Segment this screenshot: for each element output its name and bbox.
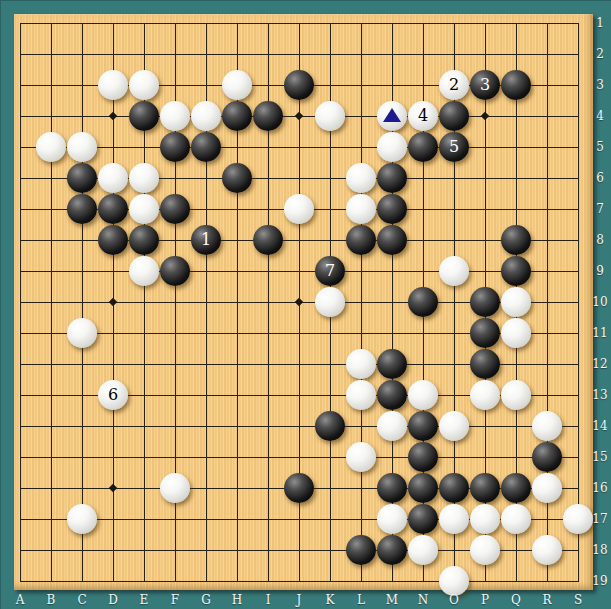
- stone-white-F16[interactable]: [160, 473, 190, 503]
- stone-black-F7[interactable]: [160, 194, 190, 224]
- stone-black-K14[interactable]: [315, 411, 345, 441]
- stone-white-R18[interactable]: [532, 535, 562, 565]
- coord-label-col-N: N: [413, 593, 433, 607]
- stone-white-Q13[interactable]: [501, 380, 531, 410]
- coord-label-row-10: 10: [590, 295, 610, 309]
- move-number-label: 6: [108, 385, 118, 404]
- stone-black-O4[interactable]: [439, 101, 469, 131]
- stone-white-M14[interactable]: [377, 411, 407, 441]
- stone-black-N14[interactable]: [408, 411, 438, 441]
- stone-black-O5[interactable]: 5: [439, 132, 469, 162]
- grid-line-vertical: [82, 23, 83, 582]
- coord-label-col-S: S: [568, 593, 588, 607]
- stone-white-L15[interactable]: [346, 442, 376, 472]
- stone-black-G5[interactable]: [191, 132, 221, 162]
- stone-white-N18[interactable]: [408, 535, 438, 565]
- stone-white-R16[interactable]: [532, 473, 562, 503]
- stone-white-G4[interactable]: [191, 101, 221, 131]
- stone-white-O14[interactable]: [439, 411, 469, 441]
- stone-white-H3[interactable]: [222, 70, 252, 100]
- stone-white-O17[interactable]: [439, 504, 469, 534]
- stone-black-L18[interactable]: [346, 535, 376, 565]
- stone-black-J16[interactable]: [284, 473, 314, 503]
- coord-label-col-A: A: [10, 593, 30, 607]
- stone-white-E7[interactable]: [129, 194, 159, 224]
- stone-black-E4[interactable]: [129, 101, 159, 131]
- stone-black-M7[interactable]: [377, 194, 407, 224]
- stone-black-E8[interactable]: [129, 225, 159, 255]
- stone-black-K9[interactable]: 7: [315, 256, 345, 286]
- coord-label-row-2: 2: [590, 47, 610, 61]
- coord-label-col-Q: Q: [506, 593, 526, 607]
- coord-label-row-8: 8: [590, 233, 610, 247]
- stone-black-D7[interactable]: [98, 194, 128, 224]
- stone-white-P13[interactable]: [470, 380, 500, 410]
- stone-white-E3[interactable]: [129, 70, 159, 100]
- coord-label-col-P: P: [475, 593, 495, 607]
- coord-label-col-O: O: [444, 593, 464, 607]
- stone-white-L13[interactable]: [346, 380, 376, 410]
- stone-white-P17[interactable]: [470, 504, 500, 534]
- move-number-label: 4: [418, 106, 428, 125]
- coord-label-row-18: 18: [590, 543, 610, 557]
- coord-label-row-11: 11: [590, 326, 610, 340]
- stone-white-J7[interactable]: [284, 194, 314, 224]
- stone-black-C7[interactable]: [67, 194, 97, 224]
- coord-label-col-C: C: [72, 593, 92, 607]
- stone-white-D6[interactable]: [98, 163, 128, 193]
- move-number-label: 5: [449, 137, 459, 156]
- coord-label-row-19: 19: [590, 574, 610, 588]
- stone-white-E9[interactable]: [129, 256, 159, 286]
- coord-label-col-G: G: [196, 593, 216, 607]
- stone-black-N5[interactable]: [408, 132, 438, 162]
- grid-line-vertical: [578, 23, 579, 582]
- stone-white-N13[interactable]: [408, 380, 438, 410]
- coord-label-row-17: 17: [590, 512, 610, 526]
- stone-black-Q9[interactable]: [501, 256, 531, 286]
- coord-label-row-15: 15: [590, 450, 610, 464]
- stone-white-L12[interactable]: [346, 349, 376, 379]
- stone-black-N16[interactable]: [408, 473, 438, 503]
- coord-label-row-6: 6: [590, 171, 610, 185]
- coord-label-col-L: L: [351, 593, 371, 607]
- coord-label-col-R: R: [537, 593, 557, 607]
- stone-black-M12[interactable]: [377, 349, 407, 379]
- stone-black-M13[interactable]: [377, 380, 407, 410]
- go-app-window: 2345176 ABCDEFGHIJKLMNOPQRS 123456789101…: [0, 0, 611, 609]
- coord-label-row-14: 14: [590, 419, 610, 433]
- move-number-label: 1: [201, 230, 211, 249]
- stone-black-P10[interactable]: [470, 287, 500, 317]
- stone-white-P18[interactable]: [470, 535, 500, 565]
- coord-label-col-F: F: [165, 593, 185, 607]
- move-number-label: 3: [480, 75, 490, 94]
- coord-label-col-E: E: [134, 593, 154, 607]
- stone-black-Q3[interactable]: [501, 70, 531, 100]
- coord-label-col-J: J: [289, 593, 309, 607]
- stone-black-F5[interactable]: [160, 132, 190, 162]
- stone-black-P16[interactable]: [470, 473, 500, 503]
- coord-label-row-16: 16: [590, 481, 610, 495]
- stone-black-N10[interactable]: [408, 287, 438, 317]
- stone-black-I8[interactable]: [253, 225, 283, 255]
- stone-white-D13[interactable]: 6: [98, 380, 128, 410]
- coord-label-col-K: K: [320, 593, 340, 607]
- stone-white-C11[interactable]: [67, 318, 97, 348]
- stone-white-R14[interactable]: [532, 411, 562, 441]
- stone-white-L7[interactable]: [346, 194, 376, 224]
- stone-black-H4[interactable]: [222, 101, 252, 131]
- stone-white-O19[interactable]: [439, 566, 469, 596]
- stone-white-Q17[interactable]: [501, 504, 531, 534]
- stone-black-N15[interactable]: [408, 442, 438, 472]
- stone-black-P12[interactable]: [470, 349, 500, 379]
- stone-white-Q10[interactable]: [501, 287, 531, 317]
- stone-black-F9[interactable]: [160, 256, 190, 286]
- stone-black-G8[interactable]: 1: [191, 225, 221, 255]
- stone-white-K4[interactable]: [315, 101, 345, 131]
- stone-white-O3[interactable]: 2: [439, 70, 469, 100]
- stone-black-P11[interactable]: [470, 318, 500, 348]
- stone-black-M6[interactable]: [377, 163, 407, 193]
- stone-black-I4[interactable]: [253, 101, 283, 131]
- stone-white-M5[interactable]: [377, 132, 407, 162]
- move-number-label: 2: [449, 75, 459, 94]
- coord-label-row-13: 13: [590, 388, 610, 402]
- stone-black-O16[interactable]: [439, 473, 469, 503]
- stone-black-R15[interactable]: [532, 442, 562, 472]
- stone-black-N17[interactable]: [408, 504, 438, 534]
- stone-black-M8[interactable]: [377, 225, 407, 255]
- stone-white-O9[interactable]: [439, 256, 469, 286]
- stone-black-H6[interactable]: [222, 163, 252, 193]
- stone-black-C6[interactable]: [67, 163, 97, 193]
- coord-label-col-M: M: [382, 593, 402, 607]
- coord-label-row-3: 3: [590, 78, 610, 92]
- stone-black-Q16[interactable]: [501, 473, 531, 503]
- grid-line-vertical: [51, 23, 52, 582]
- coord-label-row-1: 1: [590, 16, 610, 30]
- stone-white-M4[interactable]: [377, 101, 407, 131]
- coord-label-row-9: 9: [590, 264, 610, 278]
- stone-black-Q8[interactable]: [501, 225, 531, 255]
- triangle-marker-icon: [383, 108, 401, 122]
- stone-white-Q11[interactable]: [501, 318, 531, 348]
- stone-white-C17[interactable]: [67, 504, 97, 534]
- stone-black-D8[interactable]: [98, 225, 128, 255]
- stone-white-C5[interactable]: [67, 132, 97, 162]
- coord-label-row-4: 4: [590, 109, 610, 123]
- stone-black-P3[interactable]: 3: [470, 70, 500, 100]
- stone-black-M16[interactable]: [377, 473, 407, 503]
- stone-black-L8[interactable]: [346, 225, 376, 255]
- coord-label-col-D: D: [103, 593, 123, 607]
- stone-black-M18[interactable]: [377, 535, 407, 565]
- stone-black-J3[interactable]: [284, 70, 314, 100]
- stone-white-N4[interactable]: 4: [408, 101, 438, 131]
- grid-line-vertical: [361, 23, 362, 582]
- grid-line-vertical: [20, 23, 21, 582]
- stone-white-S17[interactable]: [563, 504, 593, 534]
- coord-label-row-7: 7: [590, 202, 610, 216]
- stone-white-F4[interactable]: [160, 101, 190, 131]
- stone-white-E6[interactable]: [129, 163, 159, 193]
- coord-label-row-12: 12: [590, 357, 610, 371]
- coord-label-row-5: 5: [590, 140, 610, 154]
- stone-white-K10[interactable]: [315, 287, 345, 317]
- stone-white-D3[interactable]: [98, 70, 128, 100]
- coord-label-col-B: B: [41, 593, 61, 607]
- stone-white-L6[interactable]: [346, 163, 376, 193]
- stone-white-B5[interactable]: [36, 132, 66, 162]
- coord-label-col-I: I: [258, 593, 278, 607]
- coord-label-col-H: H: [227, 593, 247, 607]
- move-number-label: 7: [325, 261, 335, 280]
- stone-white-M17[interactable]: [377, 504, 407, 534]
